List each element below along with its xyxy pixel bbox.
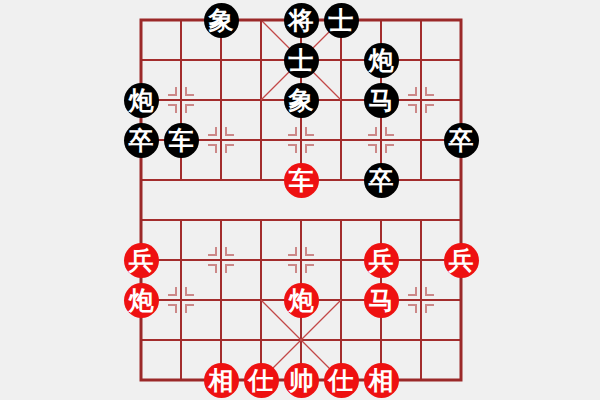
piece-black-advisor[interactable]: 士 [284,43,319,78]
piece-red-elephant[interactable]: 相 [204,363,239,398]
piece-red-advisor[interactable]: 仕 [244,363,279,398]
pieces-grid: 象将士士炮炮象马卒车卒车卒兵兵兵炮炮马相仕帅仕相 [121,0,481,400]
piece-red-chariot[interactable]: 车 [284,163,319,198]
piece-red-advisor[interactable]: 仕 [324,363,359,398]
xiangqi-board[interactable]: 象将士士炮炮象马卒车卒车卒兵兵兵炮炮马相仕帅仕相 [0,0,600,400]
piece-black-horse[interactable]: 马 [364,83,399,118]
piece-black-soldier[interactable]: 卒 [124,123,159,158]
piece-red-general[interactable]: 帅 [284,363,319,398]
piece-red-soldier[interactable]: 兵 [124,243,159,278]
piece-black-elephant[interactable]: 象 [284,83,319,118]
piece-black-chariot[interactable]: 车 [164,123,199,158]
piece-red-cannon[interactable]: 炮 [284,283,319,318]
piece-red-soldier[interactable]: 兵 [364,243,399,278]
piece-black-soldier[interactable]: 卒 [364,163,399,198]
piece-black-cannon[interactable]: 炮 [364,43,399,78]
piece-black-general[interactable]: 将 [284,3,319,38]
piece-red-elephant[interactable]: 相 [364,363,399,398]
piece-black-soldier[interactable]: 卒 [444,123,479,158]
piece-black-cannon[interactable]: 炮 [124,83,159,118]
piece-red-soldier[interactable]: 兵 [444,243,479,278]
piece-red-horse[interactable]: 马 [364,283,399,318]
piece-red-cannon[interactable]: 炮 [124,283,159,318]
piece-black-advisor[interactable]: 士 [324,3,359,38]
xiangqi-screenshot: 象将士士炮炮象马卒车卒车卒兵兵兵炮炮马相仕帅仕相 [0,0,600,400]
piece-black-elephant[interactable]: 象 [204,3,239,38]
